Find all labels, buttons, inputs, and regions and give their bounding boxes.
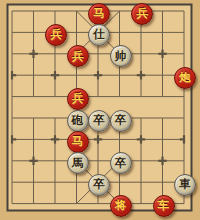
piece-silver-horse-glyph: 馬 (69, 155, 86, 172)
piece-red-cannon-glyph: 炮 (177, 69, 194, 86)
piece-red-soldier[interactable]: 兵 (67, 45, 89, 67)
piece-silver-advisor-glyph: 仕 (91, 27, 108, 44)
piece-silver-cannon-glyph: 砲 (69, 112, 86, 129)
piece-silver-soldier-glyph: 卒 (91, 176, 108, 193)
piece-silver-soldier-glyph: 卒 (91, 112, 108, 129)
piece-red-soldier[interactable]: 兵 (45, 24, 67, 46)
piece-red-chariot[interactable]: 车 (153, 195, 175, 217)
piece-silver-soldier[interactable]: 卒 (110, 152, 132, 174)
piece-red-horse[interactable]: 马 (67, 131, 89, 153)
piece-red-horse-glyph: 马 (69, 134, 86, 151)
piece-silver-chariot-glyph: 車 (177, 176, 194, 193)
piece-silver-advisor[interactable]: 仕 (88, 24, 110, 46)
piece-silver-horse[interactable]: 馬 (67, 152, 89, 174)
piece-silver-soldier-glyph: 卒 (112, 155, 129, 172)
piece-layer: 马兵兵仕兵帅炮兵砲卒卒马馬卒卒車将车 (0, 0, 200, 220)
piece-red-chariot-glyph: 车 (155, 198, 172, 215)
piece-silver-soldier[interactable]: 卒 (110, 110, 132, 132)
piece-red-soldier-glyph: 兵 (48, 27, 65, 44)
piece-red-general[interactable]: 将 (110, 195, 132, 217)
piece-silver-soldier[interactable]: 卒 (88, 174, 110, 196)
piece-red-cannon[interactable]: 炮 (174, 67, 196, 89)
piece-red-horse-glyph: 马 (91, 5, 108, 22)
xiangqi-board[interactable]: 马兵兵仕兵帅炮兵砲卒卒马馬卒卒車将车 (0, 0, 200, 220)
piece-red-soldier[interactable]: 兵 (131, 3, 153, 25)
piece-red-soldier-glyph: 兵 (134, 5, 151, 22)
piece-silver-general[interactable]: 帅 (110, 45, 132, 67)
piece-silver-general-glyph: 帅 (112, 48, 129, 65)
piece-red-horse[interactable]: 马 (88, 3, 110, 25)
piece-red-general-glyph: 将 (112, 198, 129, 215)
piece-silver-soldier-glyph: 卒 (112, 112, 129, 129)
piece-red-soldier[interactable]: 兵 (67, 88, 89, 110)
piece-red-soldier-glyph: 兵 (69, 91, 86, 108)
piece-silver-cannon[interactable]: 砲 (67, 110, 89, 132)
piece-red-soldier-glyph: 兵 (69, 48, 86, 65)
piece-silver-chariot[interactable]: 車 (174, 174, 196, 196)
piece-silver-soldier[interactable]: 卒 (88, 110, 110, 132)
